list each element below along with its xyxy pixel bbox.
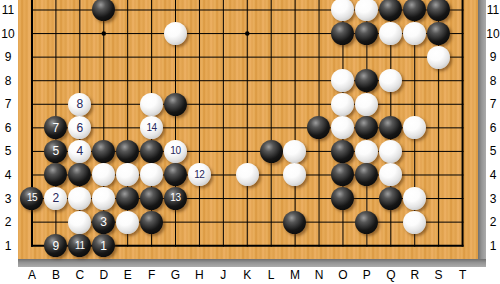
stone-G10 bbox=[164, 22, 187, 45]
stone-M2 bbox=[283, 211, 306, 234]
stone-O3 bbox=[331, 187, 354, 210]
move-number: 8 bbox=[76, 98, 83, 110]
stone-Q11 bbox=[379, 0, 402, 21]
stone-E2 bbox=[116, 211, 139, 234]
board-edge-right bbox=[478, 0, 486, 267]
col-label-F: F bbox=[140, 268, 164, 282]
stone-S9 bbox=[427, 46, 450, 69]
stone-O5 bbox=[331, 140, 354, 163]
col-label-G: G bbox=[164, 268, 188, 282]
stone-C7: 8 bbox=[68, 93, 91, 116]
col-label-Q: Q bbox=[379, 268, 403, 282]
stone-O4 bbox=[331, 163, 354, 186]
move-number: 12 bbox=[194, 170, 204, 180]
col-label-K: K bbox=[235, 268, 259, 282]
stone-R3 bbox=[403, 187, 426, 210]
stone-Q8 bbox=[379, 69, 402, 92]
row-label-left-8: 8 bbox=[0, 74, 16, 88]
col-label-T: T bbox=[451, 268, 475, 282]
stone-F5 bbox=[140, 140, 163, 163]
stone-C5: 4 bbox=[68, 140, 91, 163]
stone-H4: 12 bbox=[188, 163, 211, 186]
col-label-R: R bbox=[403, 268, 427, 282]
move-number: 13 bbox=[170, 193, 180, 203]
row-label-right-1: 1 bbox=[486, 239, 500, 253]
stone-P8 bbox=[355, 69, 378, 92]
row-label-left-1: 1 bbox=[0, 239, 16, 253]
stone-F4 bbox=[140, 163, 163, 186]
stone-B6: 7 bbox=[44, 116, 67, 139]
move-number: 1 bbox=[100, 240, 107, 252]
stone-P6 bbox=[355, 116, 378, 139]
row-label-right-3: 3 bbox=[486, 192, 500, 206]
row-label-right-6: 6 bbox=[486, 121, 500, 135]
move-number: 2 bbox=[53, 192, 60, 204]
stone-K4 bbox=[236, 163, 259, 186]
move-number: 3 bbox=[100, 216, 107, 228]
stone-P5 bbox=[355, 140, 378, 163]
row-label-right-11: 11 bbox=[486, 3, 500, 17]
row-label-left-3: 3 bbox=[0, 192, 16, 206]
stone-C6: 6 bbox=[68, 116, 91, 139]
row-label-left-4: 4 bbox=[0, 168, 16, 182]
stone-D3 bbox=[92, 187, 115, 210]
stone-Q4 bbox=[379, 163, 402, 186]
row-label-right-7: 7 bbox=[486, 97, 500, 111]
stone-Q6 bbox=[379, 116, 402, 139]
stone-F6: 14 bbox=[140, 116, 163, 139]
stones-layer: 876145410121521339111 bbox=[20, 0, 475, 258]
stone-B5: 5 bbox=[44, 140, 67, 163]
stone-Q10 bbox=[379, 22, 402, 45]
stone-G4 bbox=[164, 163, 187, 186]
row-label-right-8: 8 bbox=[486, 74, 500, 88]
row-label-left-11: 11 bbox=[0, 3, 16, 17]
stone-B3: 2 bbox=[44, 187, 67, 210]
stone-B1: 9 bbox=[44, 234, 67, 257]
stone-R6 bbox=[403, 116, 426, 139]
stone-Q5 bbox=[379, 140, 402, 163]
stone-C1: 11 bbox=[68, 234, 91, 257]
stone-P2 bbox=[355, 211, 378, 234]
stone-R2 bbox=[403, 211, 426, 234]
move-number: 7 bbox=[53, 122, 60, 134]
stone-C3 bbox=[68, 187, 91, 210]
stone-D5 bbox=[92, 140, 115, 163]
col-label-A: A bbox=[20, 268, 44, 282]
stone-P10 bbox=[355, 22, 378, 45]
stone-D1: 1 bbox=[92, 234, 115, 257]
stone-G7 bbox=[164, 93, 187, 116]
stone-F2 bbox=[140, 211, 163, 234]
col-label-M: M bbox=[283, 268, 307, 282]
col-label-O: O bbox=[331, 268, 355, 282]
stone-R11 bbox=[403, 0, 426, 21]
col-label-D: D bbox=[92, 268, 116, 282]
stone-M5 bbox=[283, 140, 306, 163]
move-number: 11 bbox=[75, 241, 84, 251]
row-label-left-9: 9 bbox=[0, 50, 16, 64]
stone-C4 bbox=[68, 163, 91, 186]
row-label-left-7: 7 bbox=[0, 97, 16, 111]
stone-O10 bbox=[331, 22, 354, 45]
move-number: 6 bbox=[76, 122, 83, 134]
stone-E5 bbox=[116, 140, 139, 163]
stone-G5: 10 bbox=[164, 140, 187, 163]
stone-E3 bbox=[116, 187, 139, 210]
col-label-P: P bbox=[355, 268, 379, 282]
col-label-J: J bbox=[211, 268, 235, 282]
stone-A3: 15 bbox=[20, 187, 43, 210]
stone-C2 bbox=[68, 211, 91, 234]
row-label-right-4: 4 bbox=[486, 168, 500, 182]
stone-D2: 3 bbox=[92, 211, 115, 234]
row-label-right-2: 2 bbox=[486, 215, 500, 229]
stone-F3 bbox=[140, 187, 163, 210]
col-label-C: C bbox=[68, 268, 92, 282]
stone-P11 bbox=[355, 0, 378, 21]
stone-L5 bbox=[260, 140, 283, 163]
board-edge-bottom bbox=[18, 259, 486, 267]
stone-D4 bbox=[92, 163, 115, 186]
row-label-left-2: 2 bbox=[0, 215, 16, 229]
row-label-left-10: 10 bbox=[0, 27, 16, 41]
stone-P7 bbox=[355, 93, 378, 116]
stone-O6 bbox=[331, 116, 354, 139]
col-label-B: B bbox=[44, 268, 68, 282]
stone-N6 bbox=[307, 116, 330, 139]
move-number: 14 bbox=[146, 123, 156, 133]
move-number: 4 bbox=[76, 145, 83, 157]
row-label-right-10: 10 bbox=[486, 27, 500, 41]
stone-O7 bbox=[331, 93, 354, 116]
stone-O11 bbox=[331, 0, 354, 21]
move-number: 5 bbox=[53, 145, 60, 157]
stone-Q3 bbox=[379, 187, 402, 210]
stone-S11 bbox=[427, 0, 450, 21]
col-label-H: H bbox=[187, 268, 211, 282]
col-label-N: N bbox=[307, 268, 331, 282]
stone-G3: 13 bbox=[164, 187, 187, 210]
stone-S10 bbox=[427, 22, 450, 45]
row-label-left-5: 5 bbox=[0, 144, 16, 158]
stone-O8 bbox=[331, 69, 354, 92]
move-number: 15 bbox=[27, 193, 37, 203]
move-number: 10 bbox=[170, 146, 180, 156]
stone-R10 bbox=[403, 22, 426, 45]
col-label-S: S bbox=[427, 268, 451, 282]
stone-B4 bbox=[44, 163, 67, 186]
stone-M4 bbox=[283, 163, 306, 186]
stone-D11 bbox=[92, 0, 115, 21]
row-label-right-9: 9 bbox=[486, 50, 500, 64]
stone-E4 bbox=[116, 163, 139, 186]
stone-F7 bbox=[140, 93, 163, 116]
go-app-screenshot: 876145410121521339111 111098765432111109… bbox=[0, 0, 500, 284]
col-label-L: L bbox=[259, 268, 283, 282]
col-label-E: E bbox=[116, 268, 140, 282]
row-label-right-5: 5 bbox=[486, 144, 500, 158]
move-number: 9 bbox=[53, 240, 60, 252]
stone-P4 bbox=[355, 163, 378, 186]
row-label-left-6: 6 bbox=[0, 121, 16, 135]
